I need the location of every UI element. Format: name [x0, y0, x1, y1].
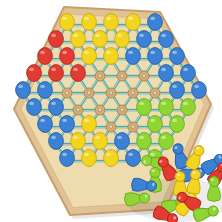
peg-yellow[interactable] [93, 133, 108, 150]
peg-highlight [95, 136, 100, 139]
peg-yellow[interactable] [60, 14, 75, 31]
metal-pin [121, 109, 123, 111]
peg-highlight [73, 34, 78, 37]
peg-blue[interactable] [49, 133, 64, 150]
peg-yellow[interactable] [82, 116, 97, 133]
peg-red[interactable] [27, 65, 42, 82]
peg-highlight [117, 136, 122, 139]
peg-highlight [172, 85, 177, 88]
peg-green[interactable] [159, 133, 174, 150]
loose-peg-green[interactable] [208, 176, 221, 201]
peg-blue[interactable] [115, 133, 130, 150]
peg-highlight [84, 119, 89, 122]
peg-highlight [139, 102, 144, 105]
peg-highlight [106, 17, 111, 20]
peg-highlight [62, 153, 67, 156]
metal-pin [77, 109, 79, 111]
peg-highlight [51, 136, 56, 139]
metal-pin [154, 92, 156, 94]
peg-yellow[interactable] [82, 150, 97, 167]
peg-yellow[interactable] [104, 48, 119, 65]
metal-pin [143, 75, 145, 77]
peg-green[interactable] [170, 116, 185, 133]
peg-highlight [152, 170, 155, 173]
peg-red[interactable] [60, 48, 75, 65]
peg-highlight [106, 51, 111, 54]
peg-blue[interactable] [38, 116, 53, 133]
peg-highlight [150, 153, 155, 156]
peg-blue[interactable] [159, 31, 174, 48]
peg-blue[interactable] [137, 31, 152, 48]
peg-highlight [183, 102, 188, 105]
peg-highlight [177, 174, 180, 177]
peg-highlight [29, 102, 34, 105]
peg-highlight [128, 17, 133, 20]
peg-yellow[interactable] [71, 31, 86, 48]
peg-green[interactable] [148, 116, 163, 133]
metal-pin [88, 92, 90, 94]
peg-red[interactable] [38, 48, 53, 65]
peg-highlight [150, 17, 155, 20]
peg-blue[interactable] [159, 65, 174, 82]
peg-blue[interactable] [49, 99, 64, 116]
metal-pin [110, 126, 112, 128]
peg-highlight [40, 51, 45, 54]
peg-red[interactable] [49, 65, 64, 82]
loose-peg-head [209, 176, 219, 186]
peg-blue[interactable] [27, 99, 42, 116]
peg-highlight [150, 51, 155, 54]
loose-peg-head [139, 193, 150, 204]
peg-highlight [62, 119, 67, 122]
peg-red[interactable] [49, 31, 64, 48]
peg-blue[interactable] [148, 48, 163, 65]
peg-green[interactable] [137, 99, 152, 116]
peg-yellow[interactable] [93, 31, 108, 48]
peg-yellow[interactable] [104, 14, 119, 31]
peg-green[interactable] [159, 99, 174, 116]
peg-highlight [29, 68, 34, 71]
metal-pin [121, 75, 123, 77]
peg-green[interactable] [181, 99, 196, 116]
peg-highlight [84, 51, 89, 54]
peg-highlight [117, 34, 122, 37]
peg-blue[interactable] [170, 82, 185, 99]
metal-pin [132, 126, 134, 128]
peg-highlight [18, 85, 23, 88]
peg-highlight [62, 51, 67, 54]
peg-highlight [172, 119, 177, 122]
peg-yellow[interactable] [126, 14, 141, 31]
peg-highlight [84, 153, 89, 156]
peg-highlight [95, 34, 100, 37]
peg-blue[interactable] [148, 14, 163, 31]
metal-pin [110, 92, 112, 94]
peg-highlight [84, 17, 89, 20]
board-scene [0, 0, 222, 222]
metal-pin [132, 92, 134, 94]
loose-peg-head [146, 181, 157, 192]
peg-highlight [211, 179, 214, 182]
peg-highlight [139, 34, 144, 37]
metal-pin [99, 109, 101, 111]
peg-highlight [51, 34, 56, 37]
peg-blue[interactable] [170, 48, 185, 65]
peg-highlight [150, 119, 155, 122]
loose-peg-head [175, 171, 185, 181]
peg-blue[interactable] [181, 65, 196, 82]
peg-blue[interactable] [126, 150, 141, 167]
peg-blue[interactable] [60, 150, 75, 167]
peg-highlight [161, 102, 166, 105]
peg-highlight [62, 17, 67, 20]
peg-blue[interactable] [38, 82, 53, 99]
peg-highlight [128, 153, 133, 156]
peg-highlight [51, 102, 56, 105]
peg-yellow[interactable] [82, 48, 97, 65]
peg-blue[interactable] [192, 82, 207, 99]
peg-blue[interactable] [60, 116, 75, 133]
peg-yellow[interactable] [71, 133, 86, 150]
peg-yellow[interactable] [82, 14, 97, 31]
peg-highlight [73, 68, 78, 71]
metal-pin [66, 92, 68, 94]
peg-green[interactable] [137, 133, 152, 150]
peg-highlight [40, 85, 45, 88]
product-photo [0, 0, 222, 222]
peg-highlight [183, 68, 188, 71]
peg-highlight [40, 119, 45, 122]
peg-highlight [139, 136, 144, 139]
peg-yellow[interactable] [115, 31, 130, 48]
peg-highlight [161, 136, 166, 139]
peg-highlight [73, 136, 78, 139]
peg-highlight [128, 51, 133, 54]
peg-highlight [161, 68, 166, 71]
peg-highlight [51, 68, 56, 71]
peg-highlight [161, 34, 166, 37]
peg-highlight [172, 51, 177, 54]
peg-blue[interactable] [16, 82, 31, 99]
peg-blue[interactable] [126, 48, 141, 65]
peg-yellow[interactable] [104, 150, 119, 167]
metal-pin [99, 75, 101, 77]
peg-highlight [194, 85, 199, 88]
peg-highlight [106, 153, 111, 156]
peg-red[interactable] [71, 65, 86, 82]
loose-peg-head [150, 167, 160, 177]
